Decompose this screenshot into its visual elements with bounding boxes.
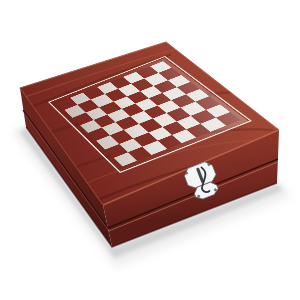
product-photo-stage [0,0,300,300]
